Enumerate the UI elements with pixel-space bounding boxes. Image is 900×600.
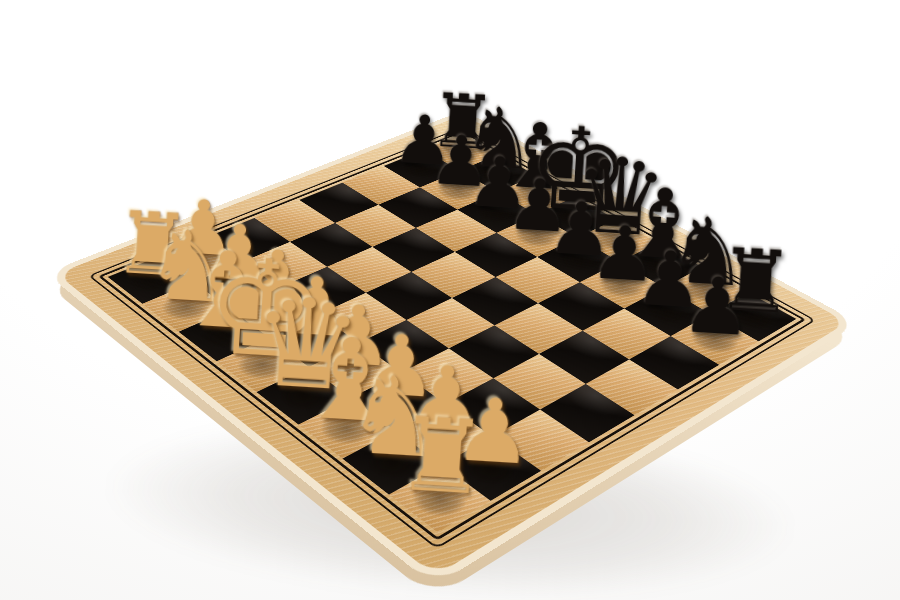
piece-white-rook-h1[interactable]: ♜ bbox=[351, 315, 539, 503]
chess-set-photo: ♜♞♝♚♛♝♞♜♟♟♟♟♟♟♟♟♟♟♟♟♟♟♟♟♜♞♝♚♛♝♞♜ bbox=[0, 0, 900, 600]
black-pawn-glyph: ♟ bbox=[680, 265, 754, 347]
white-rook-glyph: ♜ bbox=[394, 401, 491, 508]
piece-black-pawn-h7[interactable]: ♟ bbox=[638, 181, 801, 344]
